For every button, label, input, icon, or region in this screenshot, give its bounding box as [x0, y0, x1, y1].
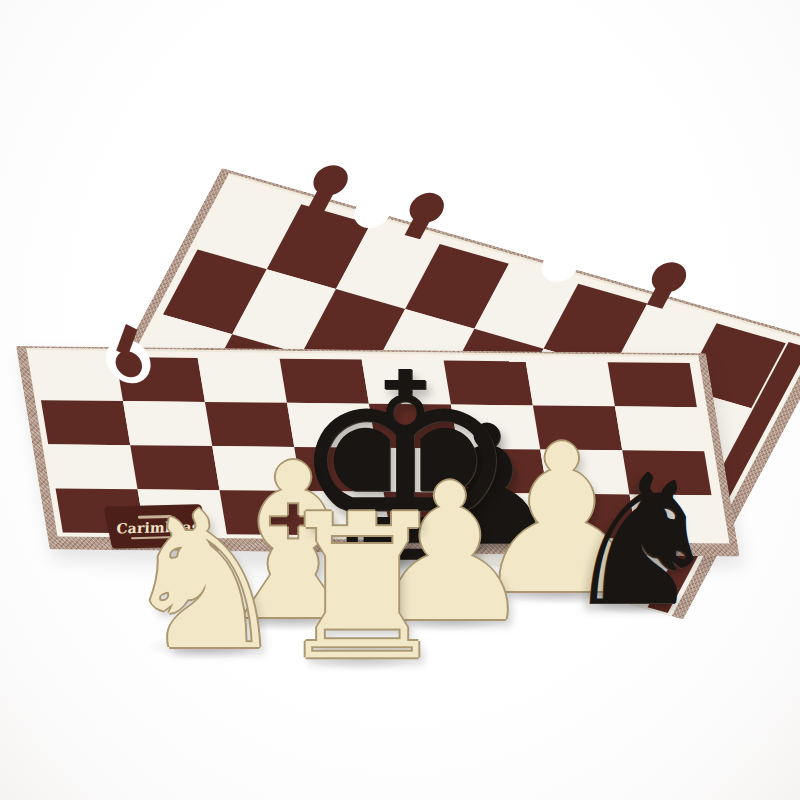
puzzle-keyhole	[100, 333, 157, 388]
chess-piece-black-knight: ♞	[561, 451, 722, 631]
puzzle-knob	[301, 162, 356, 213]
board-square	[41, 400, 130, 445]
puzzle-knob	[639, 259, 694, 310]
board-square	[198, 358, 287, 403]
chess-piece-white-knight: ♞	[120, 487, 290, 677]
product-photo-stage: Carimbras ♞♝♜♚♟♟♟♞	[0, 0, 800, 800]
puzzle-knob	[397, 189, 452, 240]
chess-piece-white-rook: ♜	[272, 488, 451, 688]
